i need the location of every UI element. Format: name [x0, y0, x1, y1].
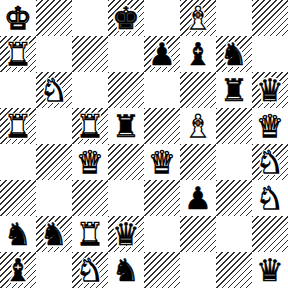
- square-h7[interactable]: [252, 36, 288, 72]
- piece-black-rook[interactable]: ♜: [112, 108, 140, 144]
- square-f3[interactable]: ♟: [180, 180, 216, 216]
- square-e2[interactable]: [144, 216, 180, 252]
- piece-white-rook[interactable]: ♜: [4, 108, 32, 144]
- square-f7[interactable]: ♝: [180, 36, 216, 72]
- square-a7[interactable]: ♜: [0, 36, 36, 72]
- piece-white-knight[interactable]: ♞: [256, 144, 284, 180]
- square-e7[interactable]: ♟: [144, 36, 180, 72]
- square-b3[interactable]: [36, 180, 72, 216]
- square-a5[interactable]: ♜: [0, 108, 36, 144]
- square-f8[interactable]: ♝: [180, 0, 216, 36]
- square-g6[interactable]: ♜: [216, 72, 252, 108]
- square-a2[interactable]: ♞: [0, 216, 36, 252]
- piece-black-knight[interactable]: ♞: [112, 252, 140, 288]
- piece-black-pawn[interactable]: ♟: [184, 180, 212, 216]
- square-d8[interactable]: ♚: [108, 0, 144, 36]
- piece-black-knight[interactable]: ♞: [4, 216, 32, 252]
- square-f5[interactable]: ♝: [180, 108, 216, 144]
- square-b2[interactable]: ♞: [36, 216, 72, 252]
- piece-white-queen[interactable]: ♛: [148, 144, 176, 180]
- square-g7[interactable]: ♞: [216, 36, 252, 72]
- square-c1[interactable]: ♞: [72, 252, 108, 288]
- piece-white-knight[interactable]: ♞: [256, 180, 284, 216]
- square-h1[interactable]: ♛: [252, 252, 288, 288]
- square-f4[interactable]: [180, 144, 216, 180]
- piece-black-pawn[interactable]: ♟: [148, 36, 176, 72]
- square-d7[interactable]: [108, 36, 144, 72]
- square-e4[interactable]: ♛: [144, 144, 180, 180]
- square-f6[interactable]: [180, 72, 216, 108]
- piece-black-knight[interactable]: ♞: [220, 36, 248, 72]
- piece-white-rook[interactable]: ♜: [76, 108, 104, 144]
- square-h8[interactable]: [252, 0, 288, 36]
- square-b6[interactable]: ♞: [36, 72, 72, 108]
- piece-black-rook[interactable]: ♜: [220, 72, 248, 108]
- piece-white-queen[interactable]: ♛: [256, 108, 284, 144]
- piece-black-queen[interactable]: ♛: [256, 72, 284, 108]
- square-d4[interactable]: [108, 144, 144, 180]
- square-b5[interactable]: [36, 108, 72, 144]
- square-b8[interactable]: [36, 0, 72, 36]
- square-g3[interactable]: [216, 180, 252, 216]
- square-e1[interactable]: [144, 252, 180, 288]
- square-g5[interactable]: [216, 108, 252, 144]
- square-h3[interactable]: ♞: [252, 180, 288, 216]
- square-b7[interactable]: [36, 36, 72, 72]
- square-b4[interactable]: [36, 144, 72, 180]
- piece-black-bishop[interactable]: ♝: [184, 36, 212, 72]
- piece-black-knight[interactable]: ♞: [40, 216, 68, 252]
- square-c3[interactable]: [72, 180, 108, 216]
- square-c7[interactable]: [72, 36, 108, 72]
- square-c2[interactable]: ♜: [72, 216, 108, 252]
- square-h4[interactable]: ♞: [252, 144, 288, 180]
- piece-white-knight[interactable]: ♞: [76, 252, 104, 288]
- square-g2[interactable]: [216, 216, 252, 252]
- piece-white-rook[interactable]: ♜: [76, 216, 104, 252]
- chess-board: ♚♚♝♜♟♝♞♞♜♛♜♜♜♝♛♛♛♞♟♞♞♞♜♛♝♞♞♛: [0, 0, 288, 288]
- square-g1[interactable]: [216, 252, 252, 288]
- piece-black-queen[interactable]: ♛: [256, 252, 284, 288]
- square-a1[interactable]: ♝: [0, 252, 36, 288]
- square-c4[interactable]: ♛: [72, 144, 108, 180]
- square-f1[interactable]: [180, 252, 216, 288]
- square-c8[interactable]: [72, 0, 108, 36]
- piece-black-bishop[interactable]: ♝: [4, 252, 32, 288]
- square-e8[interactable]: [144, 0, 180, 36]
- square-d1[interactable]: ♞: [108, 252, 144, 288]
- piece-white-bishop[interactable]: ♝: [184, 0, 212, 36]
- square-a3[interactable]: [0, 180, 36, 216]
- square-b1[interactable]: [36, 252, 72, 288]
- square-d6[interactable]: [108, 72, 144, 108]
- square-e3[interactable]: [144, 180, 180, 216]
- square-a6[interactable]: [0, 72, 36, 108]
- square-d3[interactable]: [108, 180, 144, 216]
- piece-white-king[interactable]: ♚: [4, 0, 32, 36]
- square-g4[interactable]: [216, 144, 252, 180]
- square-h6[interactable]: ♛: [252, 72, 288, 108]
- square-c6[interactable]: [72, 72, 108, 108]
- piece-black-king[interactable]: ♚: [112, 0, 140, 36]
- square-e6[interactable]: [144, 72, 180, 108]
- square-a8[interactable]: ♚: [0, 0, 36, 36]
- square-h2[interactable]: [252, 216, 288, 252]
- square-a4[interactable]: [0, 144, 36, 180]
- piece-white-rook[interactable]: ♜: [4, 36, 32, 72]
- square-h5[interactable]: ♛: [252, 108, 288, 144]
- square-d2[interactable]: ♛: [108, 216, 144, 252]
- piece-white-knight[interactable]: ♞: [40, 72, 68, 108]
- square-g8[interactable]: [216, 0, 252, 36]
- square-f2[interactable]: [180, 216, 216, 252]
- piece-white-queen[interactable]: ♛: [76, 144, 104, 180]
- square-e5[interactable]: [144, 108, 180, 144]
- piece-white-bishop[interactable]: ♝: [184, 108, 212, 144]
- square-d5[interactable]: ♜: [108, 108, 144, 144]
- square-c5[interactable]: ♜: [72, 108, 108, 144]
- piece-black-queen[interactable]: ♛: [112, 216, 140, 252]
